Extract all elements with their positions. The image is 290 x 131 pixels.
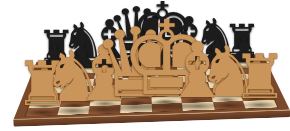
chess-set-photo: ♜♞♝♛♚♝♞♜♟♟♟♟♟♟♟♟♟♟♟♟♟♟♟♟♜♞♝♛♚♝♞♜ [0,0,290,131]
piece-white-rook-h1: ♜ [232,46,287,107]
pieces-layer: ♜♞♝♛♚♝♞♜♟♟♟♟♟♟♟♟♟♟♟♟♟♟♟♟♜♞♝♛♚♝♞♜ [0,0,290,131]
white-piece-glyph: ♜ [232,46,287,107]
